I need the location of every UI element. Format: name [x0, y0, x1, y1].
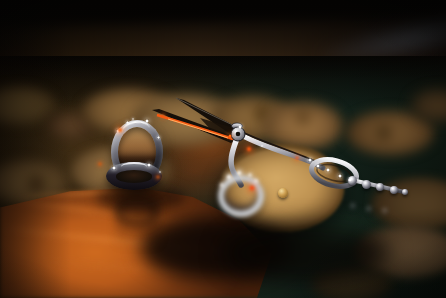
photo-canvas: [0, 0, 446, 298]
vignette-overall: [0, 0, 446, 298]
